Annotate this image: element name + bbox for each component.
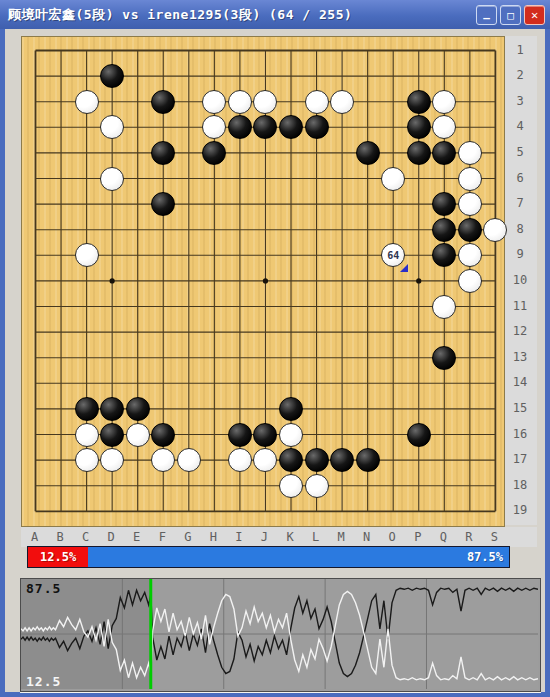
stone-black bbox=[330, 448, 354, 472]
window-content: 12345678910111213141516171819 ABCDEFGHIJ… bbox=[5, 29, 545, 692]
stone-white bbox=[458, 192, 482, 216]
stone-white bbox=[279, 474, 303, 498]
graph-top-label: 87.5 bbox=[26, 581, 61, 596]
row-label: 4 bbox=[503, 119, 537, 133]
stone-black bbox=[356, 448, 380, 472]
stone-black bbox=[151, 423, 175, 447]
stone-black bbox=[100, 397, 124, 421]
stone-white bbox=[75, 448, 99, 472]
row-label: 8 bbox=[503, 222, 537, 236]
column-label: B bbox=[50, 530, 70, 544]
maximize-button[interactable]: □ bbox=[500, 5, 521, 25]
stone-white bbox=[330, 90, 354, 114]
row-label: 17 bbox=[503, 452, 537, 466]
column-label: K bbox=[280, 530, 300, 544]
stone-black bbox=[151, 141, 175, 165]
stone-black bbox=[279, 397, 303, 421]
row-label: 10 bbox=[503, 273, 537, 287]
stone-white bbox=[483, 218, 507, 242]
stone-white bbox=[202, 90, 226, 114]
column-label: F bbox=[152, 530, 172, 544]
stone-white bbox=[305, 474, 329, 498]
row-label: 2 bbox=[503, 68, 537, 82]
column-label: S bbox=[484, 530, 504, 544]
stone-white bbox=[75, 423, 99, 447]
column-label: A bbox=[25, 530, 45, 544]
stone-black bbox=[75, 397, 99, 421]
column-label: Q bbox=[433, 530, 453, 544]
row-label: 16 bbox=[503, 427, 537, 441]
white-winrate-label: 87.5% bbox=[461, 550, 509, 564]
stone-black bbox=[279, 448, 303, 472]
stone-white bbox=[432, 90, 456, 114]
column-label: C bbox=[76, 530, 96, 544]
column-label: L bbox=[306, 530, 326, 544]
stone-white bbox=[458, 141, 482, 165]
row-label: 11 bbox=[503, 299, 537, 313]
stone-black bbox=[305, 448, 329, 472]
stone-white bbox=[458, 269, 482, 293]
star-point bbox=[263, 278, 268, 283]
winrate-black-segment: 12.5% bbox=[28, 547, 88, 567]
stone-white bbox=[279, 423, 303, 447]
stone-black bbox=[432, 346, 456, 370]
stone-white bbox=[253, 90, 277, 114]
stone-white bbox=[126, 423, 150, 447]
maximize-icon: □ bbox=[507, 9, 514, 22]
column-label: G bbox=[178, 530, 198, 544]
minimize-button[interactable]: — bbox=[476, 5, 497, 25]
row-label: 6 bbox=[503, 171, 537, 185]
stone-black bbox=[407, 141, 431, 165]
stone-white bbox=[458, 167, 482, 191]
row-label: 3 bbox=[503, 94, 537, 108]
row-label: 1 bbox=[503, 43, 537, 57]
stone-black bbox=[253, 423, 277, 447]
row-label: 19 bbox=[503, 503, 537, 517]
column-label: J bbox=[254, 530, 274, 544]
row-label: 9 bbox=[503, 247, 537, 261]
title-bar[interactable]: 顾境叶宏鑫(5段) vs irene1295(3段) (64 / 255) — … bbox=[0, 0, 550, 29]
stone-black bbox=[356, 141, 380, 165]
window-title: 顾境叶宏鑫(5段) vs irene1295(3段) (64 / 255) bbox=[0, 6, 352, 24]
black-winrate-label: 12.5% bbox=[34, 550, 82, 564]
stone-black bbox=[407, 115, 431, 139]
winrate-bar: 12.5% 87.5% bbox=[27, 546, 510, 568]
row-label: 18 bbox=[503, 478, 537, 492]
column-label: M bbox=[331, 530, 351, 544]
close-button[interactable]: ✕ bbox=[524, 5, 545, 25]
row-label: 5 bbox=[503, 145, 537, 159]
stone-white bbox=[305, 90, 329, 114]
column-label: N bbox=[357, 530, 377, 544]
stone-black bbox=[407, 90, 431, 114]
stone-black bbox=[432, 218, 456, 242]
column-label: D bbox=[101, 530, 121, 544]
stone-white bbox=[228, 90, 252, 114]
window-controls: — □ ✕ bbox=[476, 5, 545, 25]
move-number-label: 64 bbox=[382, 244, 404, 266]
winrate-white-segment: 87.5% bbox=[88, 547, 509, 567]
stone-black bbox=[126, 397, 150, 421]
winrate-graph-canvas bbox=[21, 579, 538, 689]
star-point bbox=[110, 278, 115, 283]
stone-white bbox=[75, 90, 99, 114]
stone-black bbox=[228, 423, 252, 447]
column-label: P bbox=[408, 530, 428, 544]
stone-white bbox=[432, 295, 456, 319]
last-move-marker bbox=[400, 264, 408, 272]
column-label: H bbox=[203, 530, 223, 544]
stone-black bbox=[100, 423, 124, 447]
row-label: 12 bbox=[503, 324, 537, 338]
winrate-graph[interactable]: 87.5 12.5 bbox=[20, 578, 541, 692]
row-label: 7 bbox=[503, 196, 537, 210]
stone-white bbox=[100, 167, 124, 191]
stone-black bbox=[458, 218, 482, 242]
star-point bbox=[416, 278, 421, 283]
column-label: E bbox=[127, 530, 147, 544]
stone-white bbox=[381, 167, 405, 191]
column-label: R bbox=[459, 530, 479, 544]
column-labels: ABCDEFGHIJKLMNOPQRS bbox=[21, 527, 537, 547]
stone-white bbox=[75, 243, 99, 267]
stone-white bbox=[177, 448, 201, 472]
stone-black bbox=[305, 115, 329, 139]
column-label: O bbox=[382, 530, 402, 544]
goban[interactable]: 64 bbox=[21, 36, 505, 527]
stone-white bbox=[228, 448, 252, 472]
row-label: 13 bbox=[503, 350, 537, 364]
column-label: I bbox=[229, 530, 249, 544]
row-label: 14 bbox=[503, 375, 537, 389]
graph-bottom-label: 12.5 bbox=[26, 674, 61, 689]
row-label: 15 bbox=[503, 401, 537, 415]
minimize-icon: — bbox=[483, 12, 490, 25]
close-icon: ✕ bbox=[531, 8, 538, 22]
row-labels: 12345678910111213141516171819 bbox=[503, 36, 537, 525]
stone-white bbox=[458, 243, 482, 267]
stone-black bbox=[407, 423, 431, 447]
app-window: 顾境叶宏鑫(5段) vs irene1295(3段) (64 / 255) — … bbox=[0, 0, 550, 697]
stone-black bbox=[151, 90, 175, 114]
